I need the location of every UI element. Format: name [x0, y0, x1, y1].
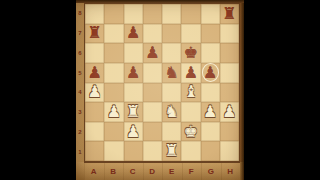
- rank-label-5: 5: [76, 63, 84, 83]
- square-h7[interactable]: [220, 24, 239, 44]
- rank-label-2: 2: [76, 122, 84, 142]
- square-c1[interactable]: [124, 141, 143, 161]
- square-c5[interactable]: ♟: [124, 63, 143, 83]
- square-c8[interactable]: [124, 4, 143, 24]
- square-a8[interactable]: [85, 4, 104, 24]
- square-b4[interactable]: [104, 83, 123, 103]
- file-label-c: C: [123, 163, 143, 180]
- board-squares-area: ♜♜♟♟♚♟♟♞♟♟♟♝♟♜♞♟♟♟♚♜: [84, 3, 240, 162]
- rank-label-1: 1: [76, 142, 84, 162]
- square-f1[interactable]: [181, 141, 200, 161]
- square-f7[interactable]: [181, 24, 200, 44]
- black-pawn[interactable]: ♟: [85, 63, 104, 83]
- square-a6[interactable]: [85, 43, 104, 63]
- white-pawn[interactable]: ♟: [124, 122, 143, 142]
- square-b2[interactable]: [104, 122, 123, 142]
- square-a5[interactable]: ♟: [85, 63, 104, 83]
- square-g2[interactable]: [201, 122, 220, 142]
- black-pawn[interactable]: ♟: [124, 63, 143, 83]
- black-king[interactable]: ♚: [181, 43, 200, 63]
- black-rook[interactable]: ♜: [85, 24, 104, 44]
- square-c4[interactable]: [124, 83, 143, 103]
- white-pawn[interactable]: ♟: [220, 102, 239, 122]
- square-f5[interactable]: ♟: [181, 63, 200, 83]
- square-h1[interactable]: [220, 141, 239, 161]
- rank-label-3: 3: [76, 102, 84, 122]
- square-b8[interactable]: [104, 4, 123, 24]
- square-b5[interactable]: [104, 63, 123, 83]
- rank-label-6: 6: [76, 43, 84, 63]
- square-g5[interactable]: ♟: [201, 63, 220, 83]
- square-g1[interactable]: [201, 141, 220, 161]
- square-d3[interactable]: [143, 102, 162, 122]
- square-d8[interactable]: [143, 4, 162, 24]
- square-b6[interactable]: [104, 43, 123, 63]
- white-pawn[interactable]: ♟: [104, 102, 123, 122]
- square-e5[interactable]: ♞: [162, 63, 181, 83]
- square-h2[interactable]: [220, 122, 239, 142]
- square-d5[interactable]: [143, 63, 162, 83]
- rank-label-4: 4: [76, 83, 84, 103]
- file-label-h: H: [221, 163, 241, 180]
- square-e2[interactable]: [162, 122, 181, 142]
- black-rook[interactable]: ♜: [220, 4, 239, 24]
- square-d6[interactable]: ♟: [143, 43, 162, 63]
- board-right-edge: [240, 3, 244, 162]
- square-f4[interactable]: ♝: [181, 83, 200, 103]
- square-f3[interactable]: [181, 102, 200, 122]
- square-a1[interactable]: [85, 141, 104, 161]
- square-b3[interactable]: ♟: [104, 102, 123, 122]
- black-pawn[interactable]: ♟: [143, 43, 162, 63]
- square-g6[interactable]: [201, 43, 220, 63]
- file-label-g: G: [201, 163, 221, 180]
- square-f6[interactable]: ♚: [181, 43, 200, 63]
- white-rook[interactable]: ♜: [162, 141, 181, 161]
- file-label-b: B: [104, 163, 124, 180]
- square-a7[interactable]: ♜: [85, 24, 104, 44]
- square-d7[interactable]: [143, 24, 162, 44]
- square-g4[interactable]: [201, 83, 220, 103]
- square-b1[interactable]: [104, 141, 123, 161]
- square-h6[interactable]: [220, 43, 239, 63]
- square-h3[interactable]: ♟: [220, 102, 239, 122]
- white-rook[interactable]: ♜: [124, 102, 143, 122]
- square-d2[interactable]: [143, 122, 162, 142]
- square-c2[interactable]: ♟: [124, 122, 143, 142]
- file-label-a: A: [84, 163, 104, 180]
- file-label-d: D: [143, 163, 163, 180]
- white-pawn[interactable]: ♟: [201, 102, 220, 122]
- square-b7[interactable]: [104, 24, 123, 44]
- square-a2[interactable]: [85, 122, 104, 142]
- squares-grid: ♜♜♟♟♚♟♟♞♟♟♟♝♟♜♞♟♟♟♚♜: [84, 3, 240, 162]
- square-c3[interactable]: ♜: [124, 102, 143, 122]
- black-pawn[interactable]: ♟: [124, 24, 143, 44]
- square-f8[interactable]: [181, 4, 200, 24]
- rank-labels: 87654321: [76, 3, 84, 162]
- square-e8[interactable]: [162, 4, 181, 24]
- square-g8[interactable]: [201, 4, 220, 24]
- white-knight[interactable]: ♞: [162, 102, 181, 122]
- square-g7[interactable]: [201, 24, 220, 44]
- square-c6[interactable]: [124, 43, 143, 63]
- file-label-e: E: [162, 163, 182, 180]
- square-c7[interactable]: ♟: [124, 24, 143, 44]
- square-a4[interactable]: ♟: [85, 83, 104, 103]
- rank-label-8: 8: [76, 3, 84, 23]
- square-a3[interactable]: [85, 102, 104, 122]
- white-pawn[interactable]: ♟: [85, 83, 104, 103]
- black-pawn[interactable]: ♟: [181, 63, 200, 83]
- black-pawn[interactable]: ♟: [201, 63, 220, 83]
- screenshot-stage: 87654321 ♜♜♟♟♚♟♟♞♟♟♟♝♟♜♞♟♟♟♚♜ ABCDEFGH: [0, 0, 320, 180]
- square-h4[interactable]: [220, 83, 239, 103]
- board-corner: [76, 162, 84, 180]
- square-e6[interactable]: [162, 43, 181, 63]
- chess-board: 87654321 ♜♜♟♟♚♟♟♞♟♟♟♝♟♜♞♟♟♟♚♜ ABCDEFGH: [76, 0, 244, 180]
- square-h5[interactable]: [220, 63, 239, 83]
- square-d4[interactable]: [143, 83, 162, 103]
- square-f2[interactable]: ♚: [181, 122, 200, 142]
- board-corner: [240, 162, 244, 180]
- rank-label-7: 7: [76, 23, 84, 43]
- square-e1[interactable]: ♜: [162, 141, 181, 161]
- file-label-f: F: [182, 163, 202, 180]
- square-g3[interactable]: ♟: [201, 102, 220, 122]
- square-e7[interactable]: [162, 24, 181, 44]
- white-king[interactable]: ♚: [181, 122, 200, 142]
- square-d1[interactable]: [143, 141, 162, 161]
- white-bishop[interactable]: ♝: [181, 83, 200, 103]
- square-e4[interactable]: [162, 83, 181, 103]
- black-knight[interactable]: ♞: [162, 63, 181, 83]
- square-h8[interactable]: ♜: [220, 4, 239, 24]
- file-labels: ABCDEFGH: [84, 162, 240, 180]
- square-e3[interactable]: ♞: [162, 102, 181, 122]
